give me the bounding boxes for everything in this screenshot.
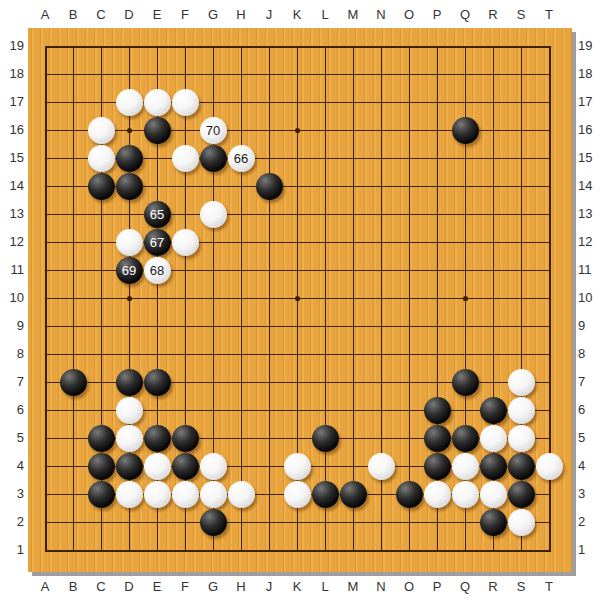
stone-black-D11[interactable]: 69 — [116, 257, 143, 284]
intersection-C7[interactable] — [87, 368, 115, 396]
intersection-T10[interactable] — [535, 284, 563, 312]
intersection-J12[interactable] — [255, 228, 283, 256]
intersection-A15[interactable] — [31, 144, 59, 172]
intersection-P2[interactable] — [423, 508, 451, 536]
intersection-S2[interactable] — [507, 508, 535, 536]
intersection-J15[interactable] — [255, 144, 283, 172]
stone-black-R6[interactable] — [480, 397, 507, 424]
stone-white-G13[interactable] — [200, 201, 227, 228]
intersection-P9[interactable] — [423, 312, 451, 340]
intersection-H17[interactable] — [227, 88, 255, 116]
intersection-R7[interactable] — [479, 368, 507, 396]
intersection-S12[interactable] — [507, 228, 535, 256]
intersection-R14[interactable] — [479, 172, 507, 200]
intersection-Q4[interactable] — [451, 452, 479, 480]
intersection-D14[interactable] — [115, 172, 143, 200]
intersection-A1[interactable] — [31, 536, 59, 564]
stone-black-R2[interactable] — [480, 509, 507, 536]
intersection-E14[interactable] — [143, 172, 171, 200]
intersection-L1[interactable] — [311, 536, 339, 564]
intersection-L6[interactable] — [311, 396, 339, 424]
intersection-K19[interactable] — [283, 32, 311, 60]
intersection-Q18[interactable] — [451, 60, 479, 88]
intersection-M3[interactable] — [339, 480, 367, 508]
intersection-L7[interactable] — [311, 368, 339, 396]
intersection-R11[interactable] — [479, 256, 507, 284]
intersection-R10[interactable] — [479, 284, 507, 312]
intersection-J14[interactable] — [255, 172, 283, 200]
intersection-F6[interactable] — [171, 396, 199, 424]
intersection-G11[interactable] — [199, 256, 227, 284]
stone-white-C16[interactable] — [88, 117, 115, 144]
intersection-G12[interactable] — [199, 228, 227, 256]
intersection-S3[interactable] — [507, 480, 535, 508]
intersection-C6[interactable] — [87, 396, 115, 424]
intersection-K18[interactable] — [283, 60, 311, 88]
stone-white-S7[interactable] — [508, 369, 535, 396]
intersection-C12[interactable] — [87, 228, 115, 256]
intersection-G1[interactable] — [199, 536, 227, 564]
intersection-T9[interactable] — [535, 312, 563, 340]
intersection-G18[interactable] — [199, 60, 227, 88]
intersection-T2[interactable] — [535, 508, 563, 536]
intersection-J13[interactable] — [255, 200, 283, 228]
intersection-R1[interactable] — [479, 536, 507, 564]
intersection-B4[interactable] — [59, 452, 87, 480]
intersection-T18[interactable] — [535, 60, 563, 88]
intersection-L9[interactable] — [311, 312, 339, 340]
intersection-N15[interactable] — [367, 144, 395, 172]
intersection-Q3[interactable] — [451, 480, 479, 508]
intersection-S14[interactable] — [507, 172, 535, 200]
intersection-S6[interactable] — [507, 396, 535, 424]
intersection-F8[interactable] — [171, 340, 199, 368]
intersection-R15[interactable] — [479, 144, 507, 172]
intersection-R13[interactable] — [479, 200, 507, 228]
intersection-K17[interactable] — [283, 88, 311, 116]
stone-black-C5[interactable] — [88, 425, 115, 452]
intersection-L11[interactable] — [311, 256, 339, 284]
intersection-T4[interactable] — [535, 452, 563, 480]
intersection-P14[interactable] — [423, 172, 451, 200]
intersection-R17[interactable] — [479, 88, 507, 116]
intersection-F17[interactable] — [171, 88, 199, 116]
intersection-P7[interactable] — [423, 368, 451, 396]
intersection-Q9[interactable] — [451, 312, 479, 340]
intersection-F4[interactable] — [171, 452, 199, 480]
stone-white-C15[interactable] — [88, 145, 115, 172]
intersection-L2[interactable] — [311, 508, 339, 536]
intersection-K12[interactable] — [283, 228, 311, 256]
stone-white-E17[interactable] — [144, 89, 171, 116]
intersection-T6[interactable] — [535, 396, 563, 424]
intersection-R2[interactable] — [479, 508, 507, 536]
intersection-G10[interactable] — [199, 284, 227, 312]
intersection-A9[interactable] — [31, 312, 59, 340]
intersection-Q12[interactable] — [451, 228, 479, 256]
intersection-P19[interactable] — [423, 32, 451, 60]
intersection-D13[interactable] — [115, 200, 143, 228]
intersection-L14[interactable] — [311, 172, 339, 200]
intersection-G3[interactable] — [199, 480, 227, 508]
intersection-H3[interactable] — [227, 480, 255, 508]
intersection-C10[interactable] — [87, 284, 115, 312]
intersection-L15[interactable] — [311, 144, 339, 172]
intersection-O2[interactable] — [395, 508, 423, 536]
stone-white-D17[interactable] — [116, 89, 143, 116]
stone-black-E7[interactable] — [144, 369, 171, 396]
intersection-C15[interactable] — [87, 144, 115, 172]
intersection-K2[interactable] — [283, 508, 311, 536]
intersection-T11[interactable] — [535, 256, 563, 284]
stone-black-D14[interactable] — [116, 173, 143, 200]
intersection-P18[interactable] — [423, 60, 451, 88]
intersection-G17[interactable] — [199, 88, 227, 116]
intersection-A12[interactable] — [31, 228, 59, 256]
intersection-P3[interactable] — [423, 480, 451, 508]
intersection-K16[interactable] — [283, 116, 311, 144]
intersection-M2[interactable] — [339, 508, 367, 536]
intersection-L12[interactable] — [311, 228, 339, 256]
intersection-Q11[interactable] — [451, 256, 479, 284]
stone-white-K3[interactable] — [284, 481, 311, 508]
intersection-A4[interactable] — [31, 452, 59, 480]
intersection-M8[interactable] — [339, 340, 367, 368]
intersection-H2[interactable] — [227, 508, 255, 536]
stone-black-E5[interactable] — [144, 425, 171, 452]
intersection-B3[interactable] — [59, 480, 87, 508]
stone-white-F3[interactable] — [172, 481, 199, 508]
intersection-N8[interactable] — [367, 340, 395, 368]
intersection-J3[interactable] — [255, 480, 283, 508]
intersection-B6[interactable] — [59, 396, 87, 424]
intersection-F12[interactable] — [171, 228, 199, 256]
intersection-F3[interactable] — [171, 480, 199, 508]
intersection-Q2[interactable] — [451, 508, 479, 536]
stone-black-Q7[interactable] — [452, 369, 479, 396]
intersection-S7[interactable] — [507, 368, 535, 396]
intersection-F1[interactable] — [171, 536, 199, 564]
stone-black-S4[interactable] — [508, 453, 535, 480]
intersection-B11[interactable] — [59, 256, 87, 284]
intersection-Q6[interactable] — [451, 396, 479, 424]
intersection-P6[interactable] — [423, 396, 451, 424]
intersection-J16[interactable] — [255, 116, 283, 144]
intersection-L10[interactable] — [311, 284, 339, 312]
intersection-G7[interactable] — [199, 368, 227, 396]
intersection-G2[interactable] — [199, 508, 227, 536]
intersection-S9[interactable] — [507, 312, 535, 340]
intersection-G19[interactable] — [199, 32, 227, 60]
stone-black-E13[interactable]: 65 — [144, 201, 171, 228]
intersection-P8[interactable] — [423, 340, 451, 368]
stone-black-Q5[interactable] — [452, 425, 479, 452]
intersection-S13[interactable] — [507, 200, 535, 228]
intersection-H14[interactable] — [227, 172, 255, 200]
intersection-D1[interactable] — [115, 536, 143, 564]
intersection-N10[interactable] — [367, 284, 395, 312]
intersection-H18[interactable] — [227, 60, 255, 88]
intersection-J9[interactable] — [255, 312, 283, 340]
intersection-H5[interactable] — [227, 424, 255, 452]
intersection-R12[interactable] — [479, 228, 507, 256]
intersection-L19[interactable] — [311, 32, 339, 60]
intersection-F19[interactable] — [171, 32, 199, 60]
stone-white-F15[interactable] — [172, 145, 199, 172]
intersection-M7[interactable] — [339, 368, 367, 396]
intersection-E7[interactable] — [143, 368, 171, 396]
intersection-E12[interactable]: 67 — [143, 228, 171, 256]
intersection-J2[interactable] — [255, 508, 283, 536]
intersection-J8[interactable] — [255, 340, 283, 368]
intersection-H9[interactable] — [227, 312, 255, 340]
intersection-B17[interactable] — [59, 88, 87, 116]
intersection-N4[interactable] — [367, 452, 395, 480]
intersection-P1[interactable] — [423, 536, 451, 564]
intersection-B15[interactable] — [59, 144, 87, 172]
stone-white-R5[interactable] — [480, 425, 507, 452]
intersection-G5[interactable] — [199, 424, 227, 452]
intersection-T12[interactable] — [535, 228, 563, 256]
intersection-S5[interactable] — [507, 424, 535, 452]
stone-white-D12[interactable] — [116, 229, 143, 256]
intersection-T8[interactable] — [535, 340, 563, 368]
stone-white-G3[interactable] — [200, 481, 227, 508]
stone-black-F5[interactable] — [172, 425, 199, 452]
intersection-T3[interactable] — [535, 480, 563, 508]
intersection-L16[interactable] — [311, 116, 339, 144]
intersection-D10[interactable] — [115, 284, 143, 312]
intersection-M19[interactable] — [339, 32, 367, 60]
stone-white-H15[interactable]: 66 — [228, 145, 255, 172]
intersection-Q13[interactable] — [451, 200, 479, 228]
intersection-T17[interactable] — [535, 88, 563, 116]
intersection-O16[interactable] — [395, 116, 423, 144]
intersection-Q17[interactable] — [451, 88, 479, 116]
intersection-S11[interactable] — [507, 256, 535, 284]
intersection-S17[interactable] — [507, 88, 535, 116]
intersection-Q5[interactable] — [451, 424, 479, 452]
intersection-G8[interactable] — [199, 340, 227, 368]
stone-white-G16[interactable]: 70 — [200, 117, 227, 144]
intersection-L4[interactable] — [311, 452, 339, 480]
intersection-E10[interactable] — [143, 284, 171, 312]
intersection-S18[interactable] — [507, 60, 535, 88]
intersection-O12[interactable] — [395, 228, 423, 256]
intersection-A2[interactable] — [31, 508, 59, 536]
intersection-N5[interactable] — [367, 424, 395, 452]
intersection-N12[interactable] — [367, 228, 395, 256]
intersection-E3[interactable] — [143, 480, 171, 508]
intersection-P17[interactable] — [423, 88, 451, 116]
intersection-P12[interactable] — [423, 228, 451, 256]
intersection-K6[interactable] — [283, 396, 311, 424]
intersection-T13[interactable] — [535, 200, 563, 228]
intersection-P4[interactable] — [423, 452, 451, 480]
intersection-C16[interactable] — [87, 116, 115, 144]
intersection-C1[interactable] — [87, 536, 115, 564]
stone-white-Q4[interactable] — [452, 453, 479, 480]
intersection-A8[interactable] — [31, 340, 59, 368]
intersection-O14[interactable] — [395, 172, 423, 200]
intersection-N7[interactable] — [367, 368, 395, 396]
intersection-L17[interactable] — [311, 88, 339, 116]
intersection-A6[interactable] — [31, 396, 59, 424]
intersection-N6[interactable] — [367, 396, 395, 424]
intersection-B19[interactable] — [59, 32, 87, 60]
intersection-B13[interactable] — [59, 200, 87, 228]
intersection-G6[interactable] — [199, 396, 227, 424]
intersection-F2[interactable] — [171, 508, 199, 536]
intersection-O15[interactable] — [395, 144, 423, 172]
intersection-O1[interactable] — [395, 536, 423, 564]
intersection-H19[interactable] — [227, 32, 255, 60]
intersection-N3[interactable] — [367, 480, 395, 508]
intersection-R6[interactable] — [479, 396, 507, 424]
intersection-A3[interactable] — [31, 480, 59, 508]
intersection-T14[interactable] — [535, 172, 563, 200]
intersection-O18[interactable] — [395, 60, 423, 88]
stone-black-D15[interactable] — [116, 145, 143, 172]
intersection-Q14[interactable] — [451, 172, 479, 200]
intersection-T1[interactable] — [535, 536, 563, 564]
intersection-H6[interactable] — [227, 396, 255, 424]
stone-black-D4[interactable] — [116, 453, 143, 480]
intersection-A11[interactable] — [31, 256, 59, 284]
intersection-H12[interactable] — [227, 228, 255, 256]
intersection-A13[interactable] — [31, 200, 59, 228]
intersection-O3[interactable] — [395, 480, 423, 508]
intersection-D8[interactable] — [115, 340, 143, 368]
stone-white-H3[interactable] — [228, 481, 255, 508]
intersection-D7[interactable] — [115, 368, 143, 396]
stone-white-S5[interactable] — [508, 425, 535, 452]
intersection-R8[interactable] — [479, 340, 507, 368]
intersection-P5[interactable] — [423, 424, 451, 452]
stone-white-R3[interactable] — [480, 481, 507, 508]
stone-black-P6[interactable] — [424, 397, 451, 424]
intersection-P15[interactable] — [423, 144, 451, 172]
intersection-D11[interactable]: 69 — [115, 256, 143, 284]
intersection-N19[interactable] — [367, 32, 395, 60]
intersection-B2[interactable] — [59, 508, 87, 536]
stone-white-Q3[interactable] — [452, 481, 479, 508]
intersection-H13[interactable] — [227, 200, 255, 228]
intersection-S1[interactable] — [507, 536, 535, 564]
intersection-D18[interactable] — [115, 60, 143, 88]
intersection-K7[interactable] — [283, 368, 311, 396]
intersection-B8[interactable] — [59, 340, 87, 368]
stone-black-P5[interactable] — [424, 425, 451, 452]
intersection-G15[interactable] — [199, 144, 227, 172]
intersection-F14[interactable] — [171, 172, 199, 200]
intersection-C8[interactable] — [87, 340, 115, 368]
intersection-R3[interactable] — [479, 480, 507, 508]
intersection-R19[interactable] — [479, 32, 507, 60]
intersection-O13[interactable] — [395, 200, 423, 228]
intersection-L3[interactable] — [311, 480, 339, 508]
stone-black-J14[interactable] — [256, 173, 283, 200]
intersection-F15[interactable] — [171, 144, 199, 172]
intersection-Q15[interactable] — [451, 144, 479, 172]
intersection-J7[interactable] — [255, 368, 283, 396]
intersection-J5[interactable] — [255, 424, 283, 452]
intersection-K1[interactable] — [283, 536, 311, 564]
intersection-A10[interactable] — [31, 284, 59, 312]
intersection-E8[interactable] — [143, 340, 171, 368]
intersection-E11[interactable]: 68 — [143, 256, 171, 284]
intersection-E13[interactable]: 65 — [143, 200, 171, 228]
stone-black-C4[interactable] — [88, 453, 115, 480]
intersection-L8[interactable] — [311, 340, 339, 368]
intersection-F7[interactable] — [171, 368, 199, 396]
stone-white-N4[interactable] — [368, 453, 395, 480]
intersection-K14[interactable] — [283, 172, 311, 200]
stone-black-O3[interactable] — [396, 481, 423, 508]
intersection-H15[interactable]: 66 — [227, 144, 255, 172]
intersection-M17[interactable] — [339, 88, 367, 116]
intersection-H4[interactable] — [227, 452, 255, 480]
intersection-R4[interactable] — [479, 452, 507, 480]
intersection-E1[interactable] — [143, 536, 171, 564]
intersection-E5[interactable] — [143, 424, 171, 452]
intersection-B14[interactable] — [59, 172, 87, 200]
stone-white-F12[interactable] — [172, 229, 199, 256]
intersection-H11[interactable] — [227, 256, 255, 284]
stone-black-D7[interactable] — [116, 369, 143, 396]
intersection-K8[interactable] — [283, 340, 311, 368]
intersection-S15[interactable] — [507, 144, 535, 172]
intersection-E2[interactable] — [143, 508, 171, 536]
intersection-G13[interactable] — [199, 200, 227, 228]
stone-black-E12[interactable]: 67 — [144, 229, 171, 256]
intersection-T19[interactable] — [535, 32, 563, 60]
intersection-M15[interactable] — [339, 144, 367, 172]
intersection-F5[interactable] — [171, 424, 199, 452]
stone-white-D6[interactable] — [116, 397, 143, 424]
intersection-D15[interactable] — [115, 144, 143, 172]
stone-white-G4[interactable] — [200, 453, 227, 480]
intersection-N13[interactable] — [367, 200, 395, 228]
intersection-N14[interactable] — [367, 172, 395, 200]
intersection-E6[interactable] — [143, 396, 171, 424]
stone-black-Q16[interactable] — [452, 117, 479, 144]
intersection-O19[interactable] — [395, 32, 423, 60]
intersection-L5[interactable] — [311, 424, 339, 452]
intersection-F10[interactable] — [171, 284, 199, 312]
intersection-K13[interactable] — [283, 200, 311, 228]
intersection-J19[interactable] — [255, 32, 283, 60]
intersection-M9[interactable] — [339, 312, 367, 340]
intersection-K9[interactable] — [283, 312, 311, 340]
intersection-T5[interactable] — [535, 424, 563, 452]
stone-black-G2[interactable] — [200, 509, 227, 536]
stone-black-F4[interactable] — [172, 453, 199, 480]
intersection-R9[interactable] — [479, 312, 507, 340]
intersection-E16[interactable] — [143, 116, 171, 144]
stone-white-K4[interactable] — [284, 453, 311, 480]
stone-black-S3[interactable] — [508, 481, 535, 508]
intersection-M14[interactable] — [339, 172, 367, 200]
intersection-D16[interactable] — [115, 116, 143, 144]
intersection-O9[interactable] — [395, 312, 423, 340]
intersection-K3[interactable] — [283, 480, 311, 508]
stone-black-M3[interactable] — [340, 481, 367, 508]
intersection-H1[interactable] — [227, 536, 255, 564]
intersection-C4[interactable] — [87, 452, 115, 480]
intersection-D2[interactable] — [115, 508, 143, 536]
intersection-L18[interactable] — [311, 60, 339, 88]
